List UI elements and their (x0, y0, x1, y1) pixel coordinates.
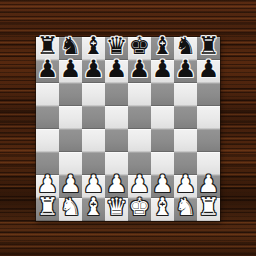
square-f6[interactable] (151, 83, 174, 106)
square-f1[interactable]: ♝ (151, 198, 174, 221)
square-f5[interactable] (151, 106, 174, 129)
chess-board: ♜♞♝♛♚♝♞♜♟♟♟♟♟♟♟♟♟♟♟♟♟♟♟♟♜♞♝♛♚♝♞♜ (36, 37, 220, 221)
square-a5[interactable] (36, 106, 59, 129)
square-c5[interactable] (82, 106, 105, 129)
square-e7[interactable]: ♟ (128, 60, 151, 83)
black-pawn[interactable]: ♟ (152, 58, 174, 81)
square-f7[interactable]: ♟ (151, 60, 174, 83)
square-h5[interactable] (197, 106, 220, 129)
square-a4[interactable] (36, 129, 59, 152)
square-d6[interactable] (105, 83, 128, 106)
square-b6[interactable] (59, 83, 82, 106)
black-pawn[interactable]: ♟ (83, 58, 105, 81)
white-knight[interactable]: ♞ (175, 196, 197, 219)
square-g1[interactable]: ♞ (174, 198, 197, 221)
white-bishop[interactable]: ♝ (83, 196, 105, 219)
black-pawn[interactable]: ♟ (198, 58, 220, 81)
square-a1[interactable]: ♜ (36, 198, 59, 221)
white-rook[interactable]: ♜ (37, 196, 59, 219)
black-pawn[interactable]: ♟ (175, 58, 197, 81)
square-c4[interactable] (82, 129, 105, 152)
square-h6[interactable] (197, 83, 220, 106)
square-d4[interactable] (105, 129, 128, 152)
square-h7[interactable]: ♟ (197, 60, 220, 83)
square-h4[interactable] (197, 129, 220, 152)
square-g5[interactable] (174, 106, 197, 129)
square-a6[interactable] (36, 83, 59, 106)
square-d1[interactable]: ♛ (105, 198, 128, 221)
black-pawn[interactable]: ♟ (60, 58, 82, 81)
black-pawn[interactable]: ♟ (129, 58, 151, 81)
square-c6[interactable] (82, 83, 105, 106)
square-d7[interactable]: ♟ (105, 60, 128, 83)
white-bishop[interactable]: ♝ (152, 196, 174, 219)
square-a7[interactable]: ♟ (36, 60, 59, 83)
square-e5[interactable] (128, 106, 151, 129)
white-queen[interactable]: ♛ (106, 196, 128, 219)
square-e1[interactable]: ♚ (128, 198, 151, 221)
square-h1[interactable]: ♜ (197, 198, 220, 221)
black-pawn[interactable]: ♟ (106, 58, 128, 81)
square-e4[interactable] (128, 129, 151, 152)
wood-table-background: ♜♞♝♛♚♝♞♜♟♟♟♟♟♟♟♟♟♟♟♟♟♟♟♟♜♞♝♛♚♝♞♜ (0, 0, 256, 256)
square-b5[interactable] (59, 106, 82, 129)
square-d5[interactable] (105, 106, 128, 129)
white-king[interactable]: ♚ (129, 196, 151, 219)
square-b1[interactable]: ♞ (59, 198, 82, 221)
square-g6[interactable] (174, 83, 197, 106)
square-g7[interactable]: ♟ (174, 60, 197, 83)
square-c7[interactable]: ♟ (82, 60, 105, 83)
square-b7[interactable]: ♟ (59, 60, 82, 83)
square-f4[interactable] (151, 129, 174, 152)
square-e6[interactable] (128, 83, 151, 106)
square-c1[interactable]: ♝ (82, 198, 105, 221)
black-pawn[interactable]: ♟ (37, 58, 59, 81)
square-g4[interactable] (174, 129, 197, 152)
white-knight[interactable]: ♞ (60, 196, 82, 219)
white-rook[interactable]: ♜ (198, 196, 220, 219)
square-b4[interactable] (59, 129, 82, 152)
